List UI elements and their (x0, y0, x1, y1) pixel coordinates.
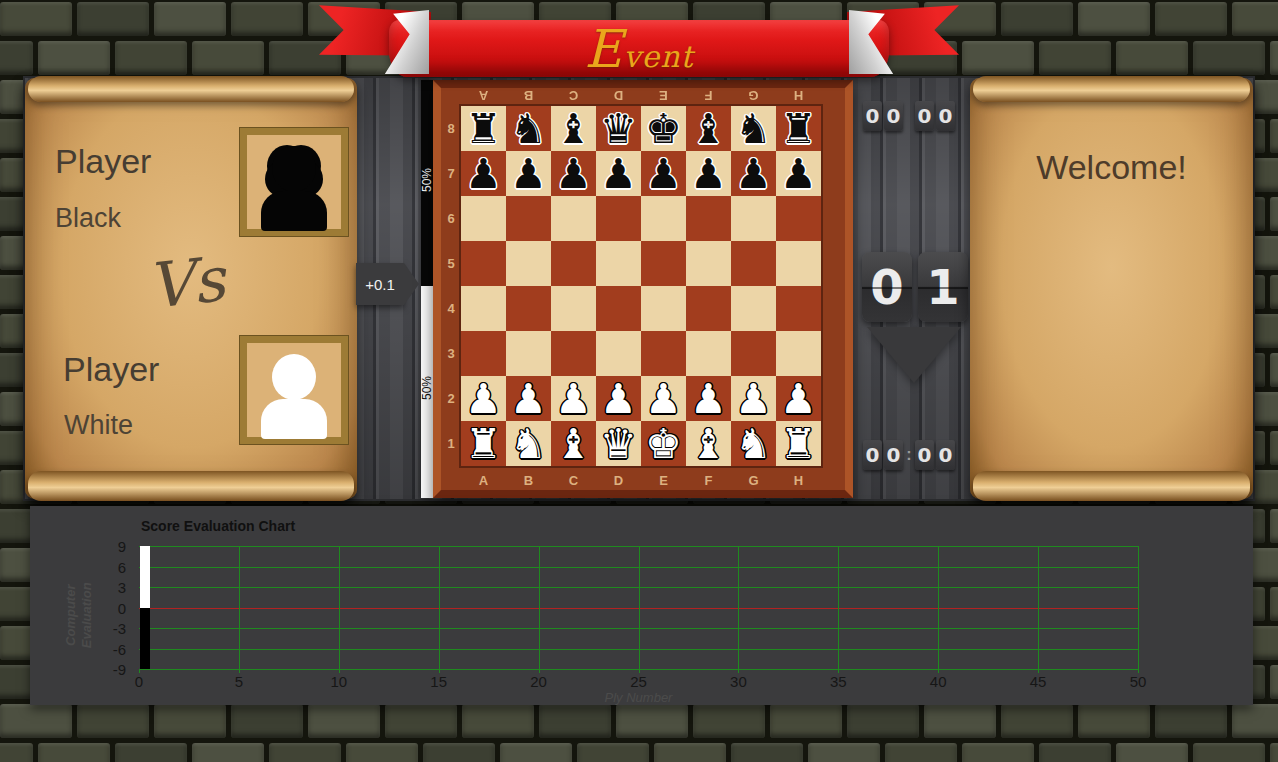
white-avatar-silhouette-icon (247, 343, 341, 437)
piece-black-pawn[interactable]: ♟ (776, 151, 821, 196)
brick (770, 704, 842, 738)
clock-digit: 0 (936, 440, 955, 470)
score-chart-panel: Score Evaluation Chart Computer Evaluati… (30, 506, 1253, 705)
black-clock: 0000 (862, 101, 956, 131)
piece-black-pawn[interactable]: ♟ (461, 151, 506, 196)
brick (1193, 743, 1265, 762)
v-gridline (239, 546, 240, 669)
chess-board: ABCDEFGH 87654321 ♜♞♝♛♚♝♞♜♟♟♟♟♟♟♟♟♟♟♟♟♟♟… (433, 80, 853, 498)
square-g7[interactable]: ♟ (731, 151, 776, 196)
square-b6[interactable] (506, 196, 551, 241)
brick (1039, 743, 1111, 762)
piece-black-pawn[interactable]: ♟ (551, 151, 596, 196)
event-title: Event (584, 19, 693, 79)
file-label: G (731, 473, 776, 488)
square-c2[interactable]: ♟ (551, 376, 596, 421)
brick (0, 41, 33, 75)
file-label: F (686, 88, 731, 103)
square-b3[interactable] (506, 331, 551, 376)
piece-white-queen[interactable]: ♛ (596, 421, 641, 466)
square-b8[interactable]: ♞ (506, 106, 551, 151)
v-gridline (439, 546, 440, 669)
black-avatar-silhouette-icon (247, 135, 341, 229)
clock-digit: 0 (915, 440, 934, 470)
piece-black-knight[interactable]: ♞ (506, 106, 551, 151)
square-b5[interactable] (506, 241, 551, 286)
square-h2[interactable]: ♟ (776, 376, 821, 421)
evaluation-score-tag: +0.1 (356, 263, 404, 305)
square-e3[interactable] (641, 331, 686, 376)
welcome-message: Welcome! (970, 148, 1253, 187)
piece-black-pawn[interactable]: ♟ (731, 151, 776, 196)
square-h5[interactable] (776, 241, 821, 286)
x-tick-label: 25 (630, 673, 647, 690)
turn-indicator-arrow-icon (867, 327, 961, 383)
square-e7[interactable]: ♟ (641, 151, 686, 196)
brick (308, 704, 380, 738)
rank-label: 5 (441, 241, 461, 286)
square-f4[interactable] (686, 286, 731, 331)
brick (1078, 2, 1150, 36)
x-tick-label: 15 (430, 673, 447, 690)
piece-black-pawn[interactable]: ♟ (506, 151, 551, 196)
brick (385, 704, 457, 738)
event-banner: Event (319, 0, 959, 80)
piece-white-knight[interactable]: ♞ (506, 421, 551, 466)
brick (192, 743, 264, 762)
square-d8[interactable]: ♛ (596, 106, 641, 151)
brick (539, 704, 611, 738)
square-a7[interactable]: ♟ (461, 151, 506, 196)
vs-label: Vs (144, 242, 228, 323)
piece-black-knight[interactable]: ♞ (731, 106, 776, 151)
brick (1270, 119, 1278, 153)
clock-digit: 0 (863, 440, 882, 470)
square-e5[interactable] (641, 241, 686, 286)
y-tick-label: -6 (113, 640, 126, 657)
file-label: H (776, 473, 821, 488)
piece-black-queen[interactable]: ♛ (596, 106, 641, 151)
piece-white-king[interactable]: ♚ (641, 421, 686, 466)
brick (962, 41, 1034, 75)
parchment-roll (973, 76, 1250, 102)
square-g4[interactable] (731, 286, 776, 331)
square-f3[interactable] (686, 331, 731, 376)
square-d6[interactable] (596, 196, 641, 241)
black-percent-label: 50% (420, 168, 434, 192)
square-g8[interactable]: ♞ (731, 106, 776, 151)
square-f6[interactable] (686, 196, 731, 241)
brick (577, 743, 649, 762)
brick (1270, 743, 1278, 762)
square-c8[interactable]: ♝ (551, 106, 596, 151)
clock-digit: 0 (884, 440, 903, 470)
square-f7[interactable]: ♟ (686, 151, 731, 196)
black-player-avatar (240, 128, 348, 236)
clock-digit: 0 (936, 101, 955, 131)
v-gridline (639, 546, 640, 669)
v-gridline (838, 546, 839, 669)
v-gridline (738, 546, 739, 669)
piece-white-rook[interactable]: ♜ (461, 421, 506, 466)
file-label: A (461, 473, 506, 488)
brick (462, 704, 534, 738)
chart-x-tick-labels: 05101520253035404550 (139, 673, 1138, 689)
piece-white-pawn[interactable]: ♟ (596, 376, 641, 421)
square-d2[interactable]: ♟ (596, 376, 641, 421)
clock-digit: 0 (862, 252, 912, 322)
brick (1155, 2, 1227, 36)
rank-labels: 87654321 (441, 106, 461, 466)
file-label: D (596, 473, 641, 488)
brick (38, 41, 110, 75)
v-gridline (339, 546, 340, 669)
square-b2[interactable]: ♟ (506, 376, 551, 421)
brick (77, 2, 149, 36)
brick (1078, 704, 1150, 738)
brick (0, 743, 33, 762)
chess-app-window: Player Black Vs Player White 50% 50% +0.… (0, 0, 1278, 762)
y-tick-label: -9 (113, 661, 126, 678)
x-tick-label: 45 (1030, 673, 1047, 690)
brick (231, 2, 303, 36)
brick (808, 743, 880, 762)
brick (346, 743, 418, 762)
piece-white-bishop[interactable]: ♝ (686, 421, 731, 466)
square-h3[interactable] (776, 331, 821, 376)
ribbon-band: Event (389, 20, 889, 77)
piece-white-pawn[interactable]: ♟ (461, 376, 506, 421)
brick (269, 743, 341, 762)
chart-y-tick-labels: 9630-3-6-9 (90, 546, 132, 669)
chart-title: Score Evaluation Chart (141, 518, 295, 534)
file-label: A (461, 88, 506, 103)
brick (115, 743, 187, 762)
square-c6[interactable] (551, 196, 596, 241)
square-e8[interactable]: ♚ (641, 106, 686, 151)
brick (154, 2, 226, 36)
file-labels-bottom: ABCDEFGH (461, 473, 821, 488)
square-e1[interactable]: ♚ (641, 421, 686, 466)
piece-white-rook[interactable]: ♜ (776, 421, 821, 466)
square-h4[interactable] (776, 286, 821, 331)
piece-black-pawn[interactable]: ♟ (641, 151, 686, 196)
parchment-roll (28, 471, 354, 501)
brick (1116, 41, 1188, 75)
square-g5[interactable] (731, 241, 776, 286)
square-b7[interactable]: ♟ (506, 151, 551, 196)
square-d1[interactable]: ♛ (596, 421, 641, 466)
brick (0, 665, 33, 699)
v-gridline (1038, 546, 1039, 669)
chart-x-axis-label: Ply Number (139, 690, 1138, 705)
brick (1270, 41, 1278, 75)
brick (115, 41, 187, 75)
file-label: H (776, 88, 821, 103)
square-d5[interactable] (596, 241, 641, 286)
piece-black-king[interactable]: ♚ (641, 106, 686, 151)
x-tick-label: 50 (1130, 673, 1147, 690)
piece-white-knight[interactable]: ♞ (731, 421, 776, 466)
brick (885, 743, 957, 762)
white-eval-bar (140, 546, 150, 608)
x-tick-label: 40 (930, 673, 947, 690)
square-f1[interactable]: ♝ (686, 421, 731, 466)
piece-white-pawn[interactable]: ♟ (641, 376, 686, 421)
brick (0, 2, 72, 36)
piece-white-pawn[interactable]: ♟ (776, 376, 821, 421)
brick (0, 704, 72, 738)
rank-label: 7 (441, 151, 461, 196)
file-label: G (731, 88, 776, 103)
piece-white-pawn[interactable]: ♟ (506, 376, 551, 421)
white-player-side-label: White (64, 410, 133, 441)
square-f2[interactable]: ♟ (686, 376, 731, 421)
piece-black-bishop[interactable]: ♝ (686, 106, 731, 151)
black-player-name: Player (55, 142, 151, 181)
file-label: E (641, 473, 686, 488)
rank-label: 6 (441, 196, 461, 241)
square-a1[interactable]: ♜ (461, 421, 506, 466)
brick-row (0, 743, 1278, 762)
square-f5[interactable] (686, 241, 731, 286)
white-player-name: Player (63, 350, 159, 389)
file-label: C (551, 88, 596, 103)
brick (1232, 2, 1278, 36)
rank-label: 3 (441, 331, 461, 376)
v-gridline (938, 546, 939, 669)
piece-white-pawn[interactable]: ♟ (551, 376, 596, 421)
x-tick-label: 5 (235, 673, 243, 690)
square-e4[interactable] (641, 286, 686, 331)
v-gridline (1138, 546, 1139, 669)
evaluation-score-value: +0.1 (365, 276, 395, 293)
piece-black-rook[interactable]: ♜ (461, 106, 506, 151)
square-a5[interactable] (461, 241, 506, 286)
file-label: C (551, 473, 596, 488)
clock-separator: : (904, 446, 914, 464)
brick (924, 704, 996, 738)
v-gridline (539, 546, 540, 669)
square-d7[interactable]: ♟ (596, 151, 641, 196)
square-f8[interactable]: ♝ (686, 106, 731, 151)
brick (0, 509, 33, 543)
piece-white-pawn[interactable]: ♟ (731, 376, 776, 421)
y-tick-label: 6 (118, 558, 126, 575)
square-d4[interactable] (596, 286, 641, 331)
evaluation-bar: 50% 50% (421, 80, 433, 498)
clock-digit: 0 (915, 101, 934, 131)
brick (1270, 353, 1278, 387)
piece-white-bishop[interactable]: ♝ (551, 421, 596, 466)
piece-white-pawn[interactable]: ♟ (686, 376, 731, 421)
brick (731, 743, 803, 762)
file-label: B (506, 473, 551, 488)
white-percent-label: 50% (420, 376, 434, 400)
square-a2[interactable]: ♟ (461, 376, 506, 421)
brick (1270, 587, 1278, 621)
square-g6[interactable] (731, 196, 776, 241)
square-a6[interactable] (461, 196, 506, 241)
clock-digit: 1 (918, 252, 968, 322)
parchment-roll (28, 76, 354, 102)
clock-digit: 0 (863, 101, 882, 131)
brick-row (0, 704, 1278, 738)
file-label: E (641, 88, 686, 103)
brick (616, 704, 688, 738)
y-tick-label: 0 (118, 599, 126, 616)
square-h1[interactable]: ♜ (776, 421, 821, 466)
brick (847, 704, 919, 738)
brick (1001, 2, 1073, 36)
black-eval-bar (140, 608, 150, 670)
square-b4[interactable] (506, 286, 551, 331)
file-label: D (596, 88, 641, 103)
file-labels-top: ABCDEFGH (461, 88, 821, 103)
brick (1001, 704, 1073, 738)
brick (192, 41, 264, 75)
square-h7[interactable]: ♟ (776, 151, 821, 196)
chart-plot (139, 546, 1138, 669)
x-tick-label: 30 (730, 673, 747, 690)
square-g1[interactable]: ♞ (731, 421, 776, 466)
black-player-side-label: Black (55, 203, 121, 234)
white-clock: 00:00 (862, 440, 956, 470)
square-c4[interactable] (551, 286, 596, 331)
brick (1155, 704, 1227, 738)
brick (154, 704, 226, 738)
brick (77, 704, 149, 738)
x-tick-label: 35 (830, 673, 847, 690)
brick (1270, 431, 1278, 465)
message-panel (970, 78, 1253, 499)
square-e2[interactable]: ♟ (641, 376, 686, 421)
square-d3[interactable] (596, 331, 641, 376)
parchment-roll (973, 471, 1250, 501)
brick (1193, 41, 1265, 75)
square-c5[interactable] (551, 241, 596, 286)
move-counter-flip-clock: 01 (862, 252, 968, 322)
brick (1116, 743, 1188, 762)
piece-black-pawn[interactable]: ♟ (686, 151, 731, 196)
y-tick-label: 9 (118, 538, 126, 555)
square-c1[interactable]: ♝ (551, 421, 596, 466)
square-c7[interactable]: ♟ (551, 151, 596, 196)
board-squares: ♜♞♝♛♚♝♞♜♟♟♟♟♟♟♟♟♟♟♟♟♟♟♟♟♜♞♝♛♚♝♞♜ (461, 106, 821, 466)
brick (1232, 704, 1278, 738)
piece-black-rook[interactable]: ♜ (776, 106, 821, 151)
white-player-avatar (240, 336, 348, 444)
brick (1270, 665, 1278, 699)
x-tick-label: 20 (530, 673, 547, 690)
square-h6[interactable] (776, 196, 821, 241)
x-tick-label: 10 (330, 673, 347, 690)
square-a4[interactable] (461, 286, 506, 331)
y-tick-label: 3 (118, 579, 126, 596)
brick (1270, 509, 1278, 543)
square-g2[interactable]: ♟ (731, 376, 776, 421)
x-tick-label: 0 (135, 673, 143, 690)
brick (38, 743, 110, 762)
brick (1270, 275, 1278, 309)
rank-label: 2 (441, 376, 461, 421)
y-tick-label: -3 (113, 620, 126, 637)
square-h8[interactable]: ♜ (776, 106, 821, 151)
file-label: F (686, 473, 731, 488)
brick (0, 587, 33, 621)
square-b1[interactable]: ♞ (506, 421, 551, 466)
rank-label: 4 (441, 286, 461, 331)
piece-black-bishop[interactable]: ♝ (551, 106, 596, 151)
square-g3[interactable] (731, 331, 776, 376)
square-a8[interactable]: ♜ (461, 106, 506, 151)
brick (693, 704, 765, 738)
piece-black-pawn[interactable]: ♟ (596, 151, 641, 196)
rank-label: 1 (441, 421, 461, 466)
brick (231, 704, 303, 738)
rank-label: 8 (441, 106, 461, 151)
brick (423, 743, 495, 762)
brick (654, 743, 726, 762)
brick (1270, 197, 1278, 231)
brick (500, 743, 572, 762)
brick (1039, 41, 1111, 75)
square-c3[interactable] (551, 331, 596, 376)
file-label: B (506, 88, 551, 103)
square-a3[interactable] (461, 331, 506, 376)
square-e6[interactable] (641, 196, 686, 241)
brick (962, 743, 1034, 762)
clock-digit: 0 (884, 101, 903, 131)
